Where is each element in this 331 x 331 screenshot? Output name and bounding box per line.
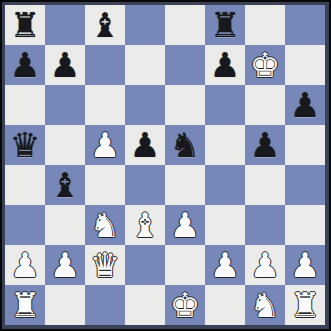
square-c5[interactable]: ♟ xyxy=(85,125,125,165)
white-rook[interactable]: ♜ xyxy=(285,285,325,325)
square-h6[interactable]: ♟ xyxy=(285,85,325,125)
square-h1[interactable]: ♜ xyxy=(285,285,325,325)
white-pawn[interactable]: ♟ xyxy=(285,245,325,285)
square-h4[interactable] xyxy=(285,165,325,205)
square-d1[interactable] xyxy=(125,285,165,325)
square-e5[interactable]: ♞ xyxy=(165,125,205,165)
black-pawn[interactable]: ♟ xyxy=(45,45,85,85)
square-e3[interactable]: ♟ xyxy=(165,205,205,245)
square-f4[interactable] xyxy=(205,165,245,205)
square-e1[interactable]: ♚ xyxy=(165,285,205,325)
square-g6[interactable] xyxy=(245,85,285,125)
square-d7[interactable] xyxy=(125,45,165,85)
square-a7[interactable]: ♟ xyxy=(5,45,45,85)
black-bishop[interactable]: ♝ xyxy=(45,165,85,205)
white-king[interactable]: ♚ xyxy=(165,285,205,325)
square-a8[interactable]: ♜ xyxy=(5,5,45,45)
white-knight[interactable]: ♞ xyxy=(85,205,125,245)
square-g4[interactable] xyxy=(245,165,285,205)
square-d5[interactable]: ♟ xyxy=(125,125,165,165)
white-king[interactable]: ♚ xyxy=(245,45,285,85)
black-knight[interactable]: ♞ xyxy=(165,125,205,165)
white-pawn[interactable]: ♟ xyxy=(85,125,125,165)
square-f1[interactable] xyxy=(205,285,245,325)
square-g5[interactable]: ♟ xyxy=(245,125,285,165)
white-queen[interactable]: ♛ xyxy=(85,245,125,285)
square-b5[interactable] xyxy=(45,125,85,165)
square-g2[interactable]: ♟ xyxy=(245,245,285,285)
square-e8[interactable] xyxy=(165,5,205,45)
square-b8[interactable] xyxy=(45,5,85,45)
square-c7[interactable] xyxy=(85,45,125,85)
white-pawn[interactable]: ♟ xyxy=(45,245,85,285)
square-b3[interactable] xyxy=(45,205,85,245)
white-knight[interactable]: ♞ xyxy=(245,285,285,325)
square-h8[interactable] xyxy=(285,5,325,45)
square-a3[interactable] xyxy=(5,205,45,245)
black-pawn[interactable]: ♟ xyxy=(205,45,245,85)
square-d4[interactable] xyxy=(125,165,165,205)
square-h3[interactable] xyxy=(285,205,325,245)
square-h7[interactable] xyxy=(285,45,325,85)
black-pawn[interactable]: ♟ xyxy=(245,125,285,165)
chess-board-frame: ♜♝♜♟♟♟♚♟♛♟♟♞♟♝♞♝♟♟♟♛♟♟♟♜♚♞♜ xyxy=(0,0,331,331)
square-f3[interactable] xyxy=(205,205,245,245)
square-a2[interactable]: ♟ xyxy=(5,245,45,285)
black-pawn[interactable]: ♟ xyxy=(285,85,325,125)
square-d6[interactable] xyxy=(125,85,165,125)
square-f5[interactable] xyxy=(205,125,245,165)
square-a1[interactable]: ♜ xyxy=(5,285,45,325)
square-b2[interactable]: ♟ xyxy=(45,245,85,285)
square-e2[interactable] xyxy=(165,245,205,285)
square-d8[interactable] xyxy=(125,5,165,45)
square-b1[interactable] xyxy=(45,285,85,325)
square-f7[interactable]: ♟ xyxy=(205,45,245,85)
white-pawn[interactable]: ♟ xyxy=(205,245,245,285)
square-e4[interactable] xyxy=(165,165,205,205)
square-h2[interactable]: ♟ xyxy=(285,245,325,285)
square-h5[interactable] xyxy=(285,125,325,165)
square-c1[interactable] xyxy=(85,285,125,325)
square-g3[interactable] xyxy=(245,205,285,245)
square-a4[interactable] xyxy=(5,165,45,205)
square-c4[interactable] xyxy=(85,165,125,205)
square-f8[interactable]: ♜ xyxy=(205,5,245,45)
chess-board-mat: ♜♝♜♟♟♟♚♟♛♟♟♞♟♝♞♝♟♟♟♛♟♟♟♜♚♞♜ xyxy=(2,2,329,329)
square-c8[interactable]: ♝ xyxy=(85,5,125,45)
square-d3[interactable]: ♝ xyxy=(125,205,165,245)
square-d2[interactable] xyxy=(125,245,165,285)
square-a5[interactable]: ♛ xyxy=(5,125,45,165)
square-b4[interactable]: ♝ xyxy=(45,165,85,205)
white-pawn[interactable]: ♟ xyxy=(165,205,205,245)
black-queen[interactable]: ♛ xyxy=(5,125,45,165)
square-e7[interactable] xyxy=(165,45,205,85)
square-c6[interactable] xyxy=(85,85,125,125)
square-b7[interactable]: ♟ xyxy=(45,45,85,85)
black-rook[interactable]: ♜ xyxy=(5,5,45,45)
white-bishop[interactable]: ♝ xyxy=(125,205,165,245)
black-bishop[interactable]: ♝ xyxy=(85,5,125,45)
white-rook[interactable]: ♜ xyxy=(5,285,45,325)
square-e6[interactable] xyxy=(165,85,205,125)
white-pawn[interactable]: ♟ xyxy=(5,245,45,285)
square-a6[interactable] xyxy=(5,85,45,125)
black-pawn[interactable]: ♟ xyxy=(125,125,165,165)
square-b6[interactable] xyxy=(45,85,85,125)
square-g8[interactable] xyxy=(245,5,285,45)
black-pawn[interactable]: ♟ xyxy=(5,45,45,85)
white-pawn[interactable]: ♟ xyxy=(245,245,285,285)
square-g1[interactable]: ♞ xyxy=(245,285,285,325)
square-c2[interactable]: ♛ xyxy=(85,245,125,285)
square-f6[interactable] xyxy=(205,85,245,125)
square-c3[interactable]: ♞ xyxy=(85,205,125,245)
chess-board: ♜♝♜♟♟♟♚♟♛♟♟♞♟♝♞♝♟♟♟♛♟♟♟♜♚♞♜ xyxy=(5,5,325,325)
square-f2[interactable]: ♟ xyxy=(205,245,245,285)
square-g7[interactable]: ♚ xyxy=(245,45,285,85)
black-rook[interactable]: ♜ xyxy=(205,5,245,45)
